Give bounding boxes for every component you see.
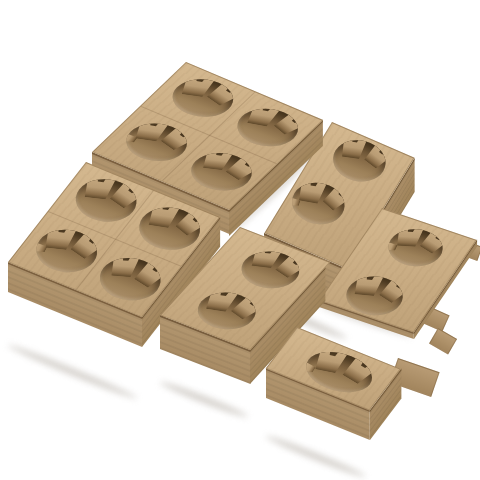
cup-carrier-1cup-front xyxy=(0,0,480,480)
folded-tab xyxy=(311,346,348,373)
photo-stage xyxy=(0,0,480,480)
folded-tab xyxy=(302,363,317,374)
folded-tab xyxy=(340,355,379,385)
